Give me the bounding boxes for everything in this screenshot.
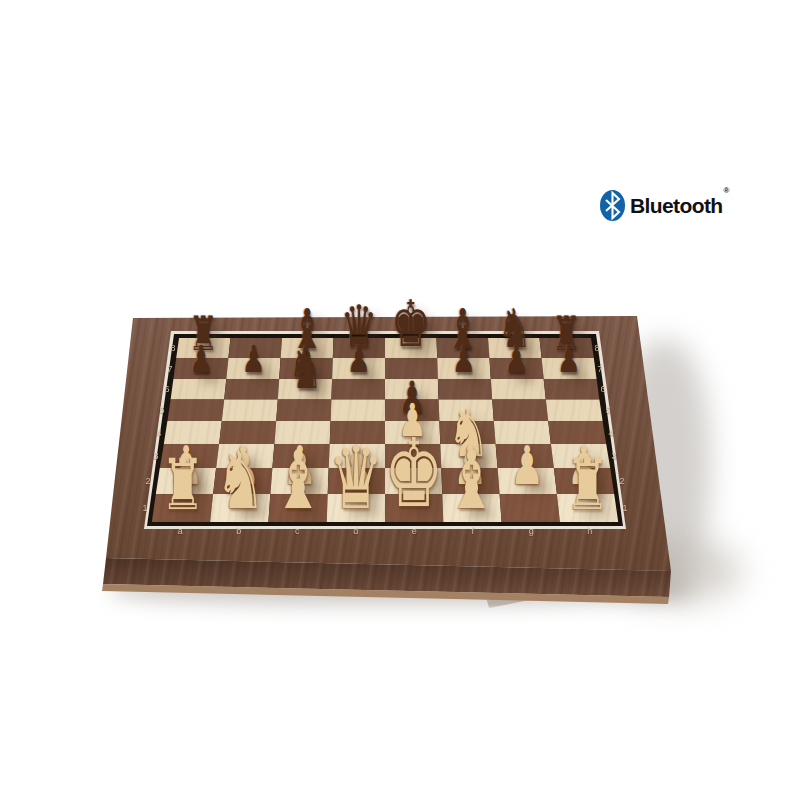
piece-white-pawn-g2[interactable]: ♟ <box>510 439 544 492</box>
bluetooth-rune-icon <box>600 190 625 221</box>
piece-white-queen-d1[interactable]: ♛ <box>329 433 384 520</box>
piece-black-pawn-h7[interactable]: ♟ <box>557 340 581 377</box>
piece-white-rook-a1[interactable]: ♜ <box>161 450 205 520</box>
product-photo: abcdefgh1122334455667788 ♜♝♛♚♝♞♜♟♟♟♟♟♟♟♞… <box>0 0 800 800</box>
piece-white-king-e1[interactable]: ♚ <box>384 426 444 521</box>
piece-black-knight-c6[interactable]: ♞ <box>288 343 323 398</box>
piece-black-pawn-d7[interactable]: ♟ <box>347 340 371 377</box>
registered-mark: ® <box>724 186 730 195</box>
bluetooth-logo: Bluetooth® <box>600 190 728 221</box>
bluetooth-text: Bluetooth <box>630 194 723 217</box>
piece-white-knight-b1[interactable]: ♞ <box>215 441 265 521</box>
piece-white-bishop-c1[interactable]: ♝ <box>273 439 324 520</box>
bluetooth-wordmark: Bluetooth® <box>630 194 728 218</box>
piece-white-bishop-f1[interactable]: ♝ <box>446 439 497 520</box>
piece-layer: ♜♝♛♚♝♞♜♟♟♟♟♟♟♟♞♟♟♞♟♟♟♟♟♟♟♜♞♝♛♚♝♜ <box>0 0 800 800</box>
piece-black-pawn-g7[interactable]: ♟ <box>505 340 529 377</box>
piece-black-pawn-b7[interactable]: ♟ <box>242 340 266 377</box>
piece-black-pawn-a7[interactable]: ♟ <box>189 340 213 377</box>
piece-black-king-e8[interactable]: ♚ <box>391 293 431 357</box>
piece-black-pawn-f7[interactable]: ♟ <box>452 340 476 377</box>
piece-white-rook-h1[interactable]: ♜ <box>565 450 609 520</box>
